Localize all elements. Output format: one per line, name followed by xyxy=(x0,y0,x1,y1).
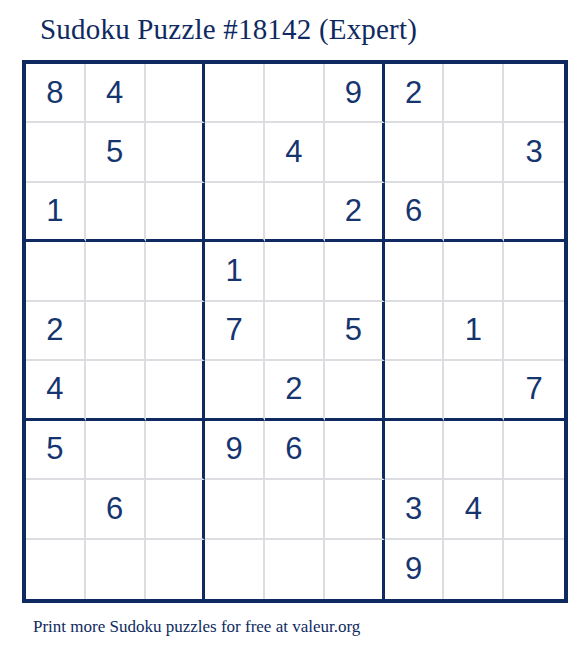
cell-r2c5: 4 xyxy=(265,123,325,182)
cell-r7c2 xyxy=(86,421,146,480)
cell-r5c6: 5 xyxy=(325,302,385,361)
cell-r7c6 xyxy=(325,421,385,480)
cell-r8c6 xyxy=(325,480,385,539)
cell-r3c9 xyxy=(504,183,564,242)
cell-r4c2 xyxy=(86,242,146,301)
cell-r9c1 xyxy=(26,540,86,599)
cell-r7c4: 9 xyxy=(205,421,265,480)
cell-r8c1 xyxy=(26,480,86,539)
cell-r9c4 xyxy=(205,540,265,599)
cell-r5c9 xyxy=(504,302,564,361)
cell-r2c2: 5 xyxy=(86,123,146,182)
cell-r4c3 xyxy=(146,242,206,301)
cell-r9c7: 9 xyxy=(385,540,445,599)
cell-r9c3 xyxy=(146,540,206,599)
cell-r3c7: 6 xyxy=(385,183,445,242)
cell-r3c3 xyxy=(146,183,206,242)
cell-r5c8: 1 xyxy=(444,302,504,361)
cell-r9c9 xyxy=(504,540,564,599)
cell-r9c6 xyxy=(325,540,385,599)
cell-r2c3 xyxy=(146,123,206,182)
cell-r3c8 xyxy=(444,183,504,242)
cell-r3c4 xyxy=(205,183,265,242)
cell-r2c6 xyxy=(325,123,385,182)
cell-r2c9: 3 xyxy=(504,123,564,182)
cell-r6c2 xyxy=(86,361,146,420)
footer-text: Print more Sudoku puzzles for free at va… xyxy=(33,617,360,637)
cell-r9c5 xyxy=(265,540,325,599)
cell-r6c7 xyxy=(385,361,445,420)
cell-r5c4: 7 xyxy=(205,302,265,361)
page-title: Sudoku Puzzle #18142 (Expert) xyxy=(40,13,417,46)
cell-r8c5 xyxy=(265,480,325,539)
cell-r6c8 xyxy=(444,361,504,420)
cell-r1c3 xyxy=(146,64,206,123)
cell-r3c2 xyxy=(86,183,146,242)
cell-r7c3 xyxy=(146,421,206,480)
cell-r2c4 xyxy=(205,123,265,182)
cell-r1c7: 2 xyxy=(385,64,445,123)
cell-r1c9 xyxy=(504,64,564,123)
cell-r6c4 xyxy=(205,361,265,420)
cell-r5c5 xyxy=(265,302,325,361)
cell-r4c1 xyxy=(26,242,86,301)
cell-r1c2: 4 xyxy=(86,64,146,123)
cell-r3c6: 2 xyxy=(325,183,385,242)
cell-r5c1: 2 xyxy=(26,302,86,361)
cell-r1c1: 8 xyxy=(26,64,86,123)
cell-r5c7 xyxy=(385,302,445,361)
cell-r4c6 xyxy=(325,242,385,301)
cell-r6c5: 2 xyxy=(265,361,325,420)
cell-r3c1: 1 xyxy=(26,183,86,242)
cell-r6c6 xyxy=(325,361,385,420)
cell-r8c8: 4 xyxy=(444,480,504,539)
cell-r6c1: 4 xyxy=(26,361,86,420)
cell-r4c7 xyxy=(385,242,445,301)
cell-r5c3 xyxy=(146,302,206,361)
cell-r4c4: 1 xyxy=(205,242,265,301)
cell-r2c8 xyxy=(444,123,504,182)
cell-r6c3 xyxy=(146,361,206,420)
cell-r8c3 xyxy=(146,480,206,539)
cell-r8c2: 6 xyxy=(86,480,146,539)
cell-r7c9 xyxy=(504,421,564,480)
cell-r4c8 xyxy=(444,242,504,301)
cell-r9c8 xyxy=(444,540,504,599)
cell-r6c9: 7 xyxy=(504,361,564,420)
cell-r4c5 xyxy=(265,242,325,301)
cell-r1c6: 9 xyxy=(325,64,385,123)
cell-r3c5 xyxy=(265,183,325,242)
cell-r7c5: 6 xyxy=(265,421,325,480)
sudoku-board: 8492543126127514275966349 xyxy=(22,60,568,603)
cell-r1c5 xyxy=(265,64,325,123)
cell-r2c7 xyxy=(385,123,445,182)
cell-r8c4 xyxy=(205,480,265,539)
cell-r7c8 xyxy=(444,421,504,480)
cell-r9c2 xyxy=(86,540,146,599)
cell-r2c1 xyxy=(26,123,86,182)
cell-r1c8 xyxy=(444,64,504,123)
cell-r8c7: 3 xyxy=(385,480,445,539)
cell-r8c9 xyxy=(504,480,564,539)
cell-r4c9 xyxy=(504,242,564,301)
cell-r7c7 xyxy=(385,421,445,480)
cell-r5c2 xyxy=(86,302,146,361)
cell-r7c1: 5 xyxy=(26,421,86,480)
cell-r1c4 xyxy=(205,64,265,123)
